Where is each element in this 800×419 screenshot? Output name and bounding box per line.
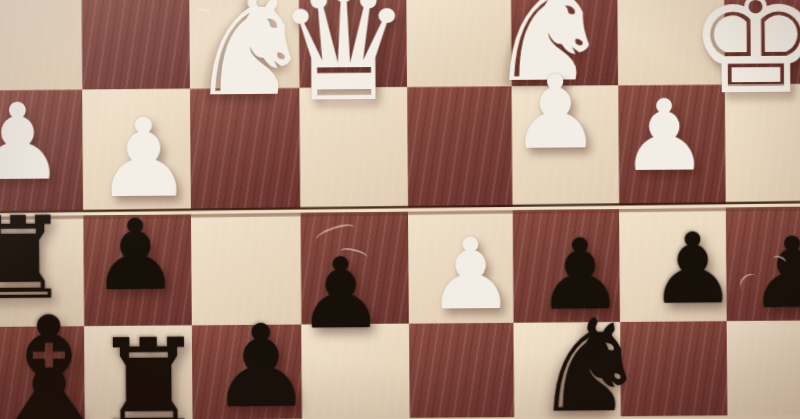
- white-pawn[interactable]: ♟: [426, 224, 515, 323]
- pieces-layer: ♞♛♞♚♟♟♟♟♜♟♟♟♟♟♟♝♜♟♞: [0, 0, 800, 419]
- white-pawn[interactable]: ♟: [510, 62, 602, 164]
- board-photo-wrapper: ♞♛♞♚♟♟♟♟♜♟♟♟♟♟♟♝♜♟♞: [0, 0, 800, 419]
- white-pawn[interactable]: ♟: [620, 85, 709, 184]
- black-knight[interactable]: ♞: [532, 302, 648, 419]
- white-pawn[interactable]: ♟: [0, 88, 66, 194]
- black-pawn[interactable]: ♟: [210, 309, 313, 419]
- white-pawn[interactable]: ♟: [95, 104, 193, 213]
- black-pawn[interactable]: ♟: [748, 224, 800, 322]
- black-rook[interactable]: ♜: [92, 322, 206, 419]
- black-pawn[interactable]: ♟: [649, 220, 737, 318]
- white-queen[interactable]: ♛: [275, 0, 413, 122]
- chess-photo: ♞♛♞♚♟♟♟♟♜♟♟♟♟♟♟♝♜♟♞: [0, 0, 800, 419]
